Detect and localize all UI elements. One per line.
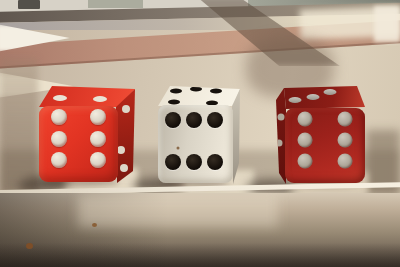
- pip: [207, 154, 223, 170]
- die-2-surface-speck: [177, 146, 180, 149]
- pip: [51, 131, 67, 147]
- pip: [120, 164, 128, 172]
- pip: [276, 140, 283, 147]
- rust-speck-small: [92, 223, 97, 227]
- sill-front-bottom-shadow: [0, 243, 400, 267]
- pip: [186, 112, 202, 128]
- die-3: [272, 78, 372, 185]
- pip: [51, 152, 67, 168]
- rust-speck: [26, 243, 33, 249]
- die-1: [36, 83, 148, 185]
- sill-front-face: [0, 193, 400, 267]
- pip: [90, 109, 106, 125]
- pip: [298, 133, 313, 148]
- pip: [122, 105, 130, 113]
- photo-three-dice-windowsill: [0, 0, 400, 267]
- pip: [168, 100, 180, 105]
- outside-dark-object: [18, 0, 40, 9]
- pip: [51, 109, 67, 125]
- window-jamb-highlight: [374, 6, 400, 42]
- pip: [93, 96, 107, 102]
- pip: [190, 87, 202, 92]
- sill-front-sunlit-center: [78, 195, 278, 227]
- pip: [207, 112, 223, 128]
- die-2-front-face: [158, 105, 233, 183]
- pip: [186, 154, 202, 170]
- pip: [170, 89, 182, 94]
- die-2: [155, 83, 245, 186]
- die-1-front-face: [39, 106, 118, 182]
- pip: [278, 114, 285, 121]
- pip: [53, 95, 67, 101]
- pip: [298, 112, 313, 127]
- pip: [324, 89, 337, 95]
- pip: [338, 133, 353, 148]
- pip: [210, 89, 222, 94]
- pip: [307, 94, 320, 100]
- pip: [90, 131, 106, 147]
- pip: [289, 97, 302, 103]
- outside-gray-patch: [88, 0, 143, 8]
- pip: [338, 154, 353, 169]
- die-3-front-face: [285, 108, 365, 183]
- pip: [117, 146, 125, 154]
- pip: [165, 154, 181, 170]
- pip: [338, 112, 353, 127]
- pip: [165, 112, 181, 128]
- pip: [298, 154, 313, 169]
- pip: [90, 152, 106, 168]
